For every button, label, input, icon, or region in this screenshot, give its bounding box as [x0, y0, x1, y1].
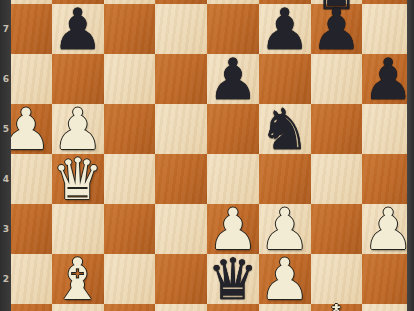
- square-b7[interactable]: ♟: [52, 4, 104, 54]
- chess-board: ♚♟♟♟♟♟♟♟♞♛♟♟♟♝♛♟♚: [0, 0, 414, 311]
- square-g4[interactable]: [311, 154, 363, 204]
- square-d6[interactable]: [155, 54, 207, 104]
- white-pawn-f2[interactable]: ♟: [259, 254, 311, 304]
- square-c2[interactable]: [104, 254, 156, 304]
- white-king-g1[interactable]: ♚: [311, 299, 363, 311]
- rank-label-6: 6: [1, 74, 11, 84]
- square-d7[interactable]: [155, 4, 207, 54]
- square-b2[interactable]: ♝: [52, 254, 104, 304]
- square-f7[interactable]: ♟: [259, 4, 311, 54]
- board-frame-left: [0, 0, 11, 311]
- rank-label-4: 4: [1, 174, 11, 184]
- rank-label-7: 7: [1, 24, 11, 34]
- square-d3[interactable]: [155, 204, 207, 254]
- square-g7[interactable]: ♟: [311, 4, 363, 54]
- white-queen-b4[interactable]: ♛: [52, 154, 104, 204]
- chess-app-screenshot: ♚♟♟♟♟♟♟♟♞♛♟♟♟♝♛♟♚ 765432: [0, 0, 414, 311]
- black-pawn-f7[interactable]: ♟: [259, 4, 311, 54]
- square-d2[interactable]: [155, 254, 207, 304]
- square-f5[interactable]: ♞: [259, 104, 311, 154]
- square-c4[interactable]: [104, 154, 156, 204]
- square-d5[interactable]: [155, 104, 207, 154]
- black-queen-e2[interactable]: ♛: [207, 254, 259, 304]
- square-c5[interactable]: [104, 104, 156, 154]
- square-f2[interactable]: ♟: [259, 254, 311, 304]
- square-g1[interactable]: ♚: [311, 304, 363, 311]
- square-c1[interactable]: [104, 304, 156, 311]
- black-pawn-e6[interactable]: ♟: [207, 54, 259, 104]
- square-b4[interactable]: ♛: [52, 154, 104, 204]
- board-frame-right: [407, 0, 414, 311]
- square-c7[interactable]: [104, 4, 156, 54]
- square-g3[interactable]: [311, 204, 363, 254]
- square-e2[interactable]: ♛: [207, 254, 259, 304]
- rank-label-2: 2: [1, 274, 11, 284]
- square-g5[interactable]: [311, 104, 363, 154]
- black-pawn-b7[interactable]: ♟: [52, 4, 104, 54]
- black-pawn-g7[interactable]: ♟: [311, 4, 363, 54]
- white-bishop-b2[interactable]: ♝: [52, 254, 104, 304]
- rank-label-3: 3: [1, 224, 11, 234]
- square-c6[interactable]: [104, 54, 156, 104]
- rank-label-5: 5: [1, 124, 11, 134]
- black-knight-f5[interactable]: ♞: [259, 104, 311, 154]
- square-c3[interactable]: [104, 204, 156, 254]
- square-e6[interactable]: ♟: [207, 54, 259, 104]
- square-d4[interactable]: [155, 154, 207, 204]
- square-d1[interactable]: [155, 304, 207, 311]
